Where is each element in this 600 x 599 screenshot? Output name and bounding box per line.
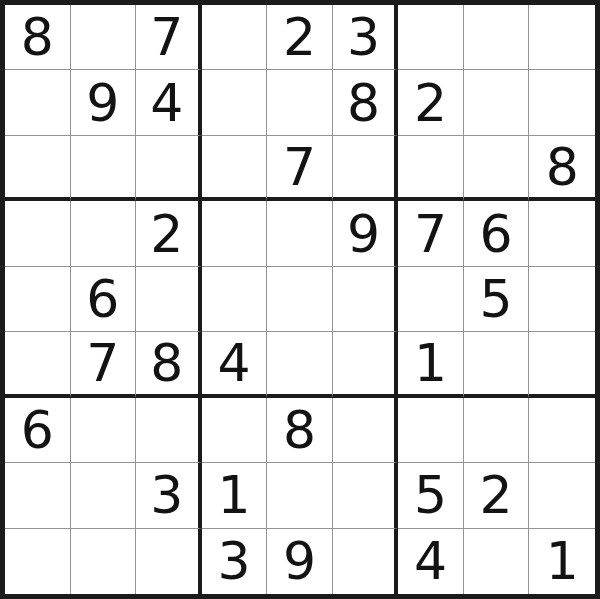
cell-r7c2[interactable]: [71, 398, 137, 463]
cell-r5c2[interactable]: 6: [71, 267, 137, 332]
given-digit: 5: [414, 469, 447, 521]
cell-r9c3[interactable]: [136, 529, 202, 594]
given-digit: 8: [546, 141, 579, 193]
cell-r9c4[interactable]: 3: [202, 529, 268, 594]
cell-r8c4[interactable]: 1: [202, 463, 268, 528]
cell-r8c1[interactable]: [5, 463, 71, 528]
cell-r3c8[interactable]: [464, 136, 530, 201]
cell-r1c5[interactable]: 2: [267, 5, 333, 70]
cell-r6c3[interactable]: 8: [136, 332, 202, 397]
given-digit: 9: [283, 535, 316, 587]
cell-r2c4[interactable]: [202, 70, 268, 135]
given-digit: 8: [150, 337, 183, 389]
given-digit: 8: [347, 77, 380, 129]
cell-r7c5[interactable]: 8: [267, 398, 333, 463]
given-digit: 7: [283, 141, 316, 193]
given-digit: 7: [414, 208, 447, 260]
cell-r1c7[interactable]: [398, 5, 464, 70]
cell-r7c6[interactable]: [333, 398, 399, 463]
cell-r6c2[interactable]: 7: [71, 332, 137, 397]
cell-r6c8[interactable]: [464, 332, 530, 397]
given-digit: 1: [546, 535, 579, 587]
cell-r5c9[interactable]: [529, 267, 595, 332]
cell-r5c7[interactable]: [398, 267, 464, 332]
cell-r7c7[interactable]: [398, 398, 464, 463]
cell-r4c1[interactable]: [5, 201, 71, 266]
cell-r4c9[interactable]: [529, 201, 595, 266]
cell-r1c8[interactable]: [464, 5, 530, 70]
cell-r4c7[interactable]: 7: [398, 201, 464, 266]
cell-r8c9[interactable]: [529, 463, 595, 528]
given-digit: 8: [283, 404, 316, 456]
given-digit: 3: [150, 469, 183, 521]
cell-r2c1[interactable]: [5, 70, 71, 135]
given-digit: 2: [480, 469, 513, 521]
cell-r6c7[interactable]: 1: [398, 332, 464, 397]
cell-r9c6[interactable]: [333, 529, 399, 594]
cell-r4c4[interactable]: [202, 201, 268, 266]
cell-r4c2[interactable]: [71, 201, 137, 266]
cell-r3c1[interactable]: [5, 136, 71, 201]
given-digit: 8: [21, 11, 54, 63]
cell-r5c5[interactable]: [267, 267, 333, 332]
cell-r8c3[interactable]: 3: [136, 463, 202, 528]
given-digit: 4: [150, 77, 183, 129]
cell-r8c8[interactable]: 2: [464, 463, 530, 528]
cell-r7c8[interactable]: [464, 398, 530, 463]
given-digit: 6: [86, 273, 119, 325]
given-digit: 6: [21, 404, 54, 456]
cell-r9c5[interactable]: 9: [267, 529, 333, 594]
given-digit: 3: [347, 11, 380, 63]
cell-r7c1[interactable]: 6: [5, 398, 71, 463]
given-digit: 2: [414, 77, 447, 129]
cell-r6c4[interactable]: 4: [202, 332, 268, 397]
cell-r6c5[interactable]: [267, 332, 333, 397]
given-digit: 7: [86, 337, 119, 389]
cell-r8c5[interactable]: [267, 463, 333, 528]
cell-r1c6[interactable]: 3: [333, 5, 399, 70]
cell-r4c6[interactable]: 9: [333, 201, 399, 266]
cell-r1c4[interactable]: [202, 5, 268, 70]
given-digit: 3: [217, 535, 250, 587]
given-digit: 7: [150, 11, 183, 63]
given-digit: 5: [480, 273, 513, 325]
cell-r9c1[interactable]: [5, 529, 71, 594]
cell-r6c1[interactable]: [5, 332, 71, 397]
cell-r3c3[interactable]: [136, 136, 202, 201]
cell-r9c9[interactable]: 1: [529, 529, 595, 594]
cell-r5c3[interactable]: [136, 267, 202, 332]
cell-r8c7[interactable]: 5: [398, 463, 464, 528]
given-digit: 4: [414, 535, 447, 587]
given-digit: 2: [283, 11, 316, 63]
cell-r3c4[interactable]: [202, 136, 268, 201]
cell-r8c6[interactable]: [333, 463, 399, 528]
cell-r7c9[interactable]: [529, 398, 595, 463]
cell-r6c9[interactable]: [529, 332, 595, 397]
cell-r4c5[interactable]: [267, 201, 333, 266]
cell-r8c2[interactable]: [71, 463, 137, 528]
cell-r2c6[interactable]: 8: [333, 70, 399, 135]
given-digit: 2: [150, 208, 183, 260]
cell-r9c8[interactable]: [464, 529, 530, 594]
given-digit: 9: [86, 77, 119, 129]
cell-r2c2[interactable]: 9: [71, 70, 137, 135]
cell-r3c6[interactable]: [333, 136, 399, 201]
cell-r4c3[interactable]: 2: [136, 201, 202, 266]
cell-r2c8[interactable]: [464, 70, 530, 135]
given-digit: 4: [217, 337, 250, 389]
cell-r2c5[interactable]: [267, 70, 333, 135]
cell-r5c1[interactable]: [5, 267, 71, 332]
cell-r9c2[interactable]: [71, 529, 137, 594]
cell-r2c3[interactable]: 4: [136, 70, 202, 135]
given-digit: 9: [347, 208, 380, 260]
cell-r1c9[interactable]: [529, 5, 595, 70]
cell-r2c9[interactable]: [529, 70, 595, 135]
cell-r3c7[interactable]: [398, 136, 464, 201]
cell-r6c6[interactable]: [333, 332, 399, 397]
cell-r1c1[interactable]: 8: [5, 5, 71, 70]
cell-r3c9[interactable]: 8: [529, 136, 595, 201]
cell-r7c4[interactable]: [202, 398, 268, 463]
given-digit: 1: [217, 469, 250, 521]
cell-r5c6[interactable]: [333, 267, 399, 332]
given-digit: 1: [414, 337, 447, 389]
sudoku-board: 872394827829766578416831523941: [0, 0, 600, 599]
cell-r7c3[interactable]: [136, 398, 202, 463]
cell-r1c3[interactable]: 7: [136, 5, 202, 70]
given-digit: 6: [480, 208, 513, 260]
cell-r1c2[interactable]: [71, 5, 137, 70]
cell-r9c7[interactable]: 4: [398, 529, 464, 594]
cell-r4c8[interactable]: 6: [464, 201, 530, 266]
cell-r3c5[interactable]: 7: [267, 136, 333, 201]
cell-r5c4[interactable]: [202, 267, 268, 332]
cell-r3c2[interactable]: [71, 136, 137, 201]
cell-r2c7[interactable]: 2: [398, 70, 464, 135]
cell-r5c8[interactable]: 5: [464, 267, 530, 332]
